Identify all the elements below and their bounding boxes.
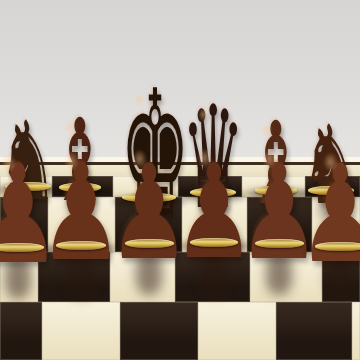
specular-highlight <box>64 151 79 171</box>
chess-piece-pawn[interactable]: ♟ <box>275 0 360 360</box>
specular-highlight <box>1 153 16 173</box>
specular-highlight <box>323 152 338 172</box>
pieces-layer: ♞♝♚♛♝♞♟♟♟♟♟♟ <box>0 0 360 360</box>
brass-base-ring <box>315 242 360 251</box>
chess-set-photo: ♞♝♚♛♝♞♟♟♟♟♟♟ <box>0 0 360 360</box>
specular-highlight <box>132 149 147 169</box>
specular-highlight <box>197 148 212 168</box>
